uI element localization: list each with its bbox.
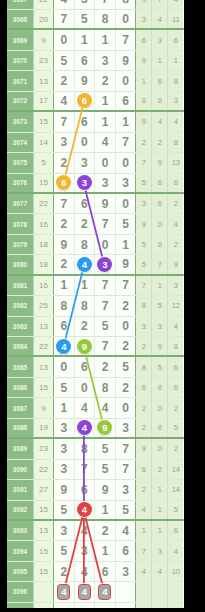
- sum-cell: 13: [33, 357, 53, 376]
- yellow-hit-circle: 6: [56, 175, 71, 190]
- aux-cell-1: 8: [135, 296, 151, 315]
- green-hit-circle: 9: [97, 420, 112, 435]
- aux-cell-1: 7: [135, 276, 151, 295]
- digit-cell-pos1: 2: [53, 255, 74, 273]
- draw-number-cell: 3070: [7, 51, 33, 70]
- aux-cell-3: 2: [167, 439, 183, 458]
- sum-cell: 15: [33, 112, 53, 131]
- digit-cell-pos4: 6: [115, 541, 136, 560]
- chart-row-3076: 3076156333566: [7, 174, 184, 194]
- digit-cell-pos4: 4: [115, 521, 136, 540]
- aux-cell-3: 2: [167, 194, 183, 213]
- digit-cell-pos1: 3: [53, 419, 74, 437]
- digit-cell-pos3: 7: [94, 337, 115, 355]
- digit-cell-pos3: 0: [94, 235, 115, 254]
- sum-cell: 15: [33, 378, 53, 397]
- draw-number-cell: 3080: [7, 255, 33, 273]
- aux-cell-2: 1: [151, 521, 167, 540]
- draw-number-cell: 3095: [7, 562, 33, 581]
- digit-cell-pos1: 0: [53, 357, 74, 376]
- chart-row-3083: 3083136250334: [7, 317, 184, 337]
- draw-number-cell: 3094: [7, 541, 33, 560]
- aux-cell-3: 6: [167, 357, 183, 376]
- aux-cell-3: 8: [167, 71, 183, 90]
- digit-cell-pos2: 6: [74, 112, 95, 131]
- draw-number-cell: 3068: [7, 10, 33, 28]
- yellow-hit-circle: 6: [77, 93, 92, 108]
- sum-cell: 16: [33, 276, 53, 295]
- aux-cell-3: 4: [167, 317, 183, 336]
- draw-number-cell: 3077: [7, 194, 33, 213]
- digit-cell-pos4: 0: [115, 153, 136, 172]
- aux-cell-1: [135, 582, 151, 601]
- digit-cell-pos1: 9: [53, 235, 74, 254]
- aux-cell-1: 3: [135, 0, 151, 9]
- aux-cell-3: 8: [167, 133, 183, 152]
- sum-cell: 20: [33, 10, 53, 28]
- digit-cell-pos1: 3: [53, 521, 74, 540]
- chart-row-3068: 30682075803411: [7, 10, 184, 30]
- digit-cell-pos3: 1: [94, 112, 115, 131]
- digit-cell-pos4: 1: [115, 235, 136, 254]
- digit-cell-pos4: [115, 603, 136, 608]
- digit-cell-pos3: 8: [94, 378, 115, 397]
- sum-cell: [33, 603, 53, 608]
- digit-cell-pos2: 6: [74, 480, 95, 499]
- digit-cell-pos2: 4: [74, 521, 95, 540]
- digit-cell-pos3: 7: [94, 0, 115, 9]
- chart-row-3091: 30912796932114: [7, 480, 184, 500]
- aux-cell-2: 7: [151, 255, 167, 273]
- digit-cell-pos1: 3: [53, 460, 74, 479]
- digit-cell-pos3: 7: [94, 276, 115, 295]
- digit-cell-pos3: 2: [94, 521, 115, 540]
- aux-cell-1: 3: [135, 10, 151, 28]
- aux-cell-1: 6: [135, 460, 151, 479]
- aux-cell-2: 0: [151, 92, 167, 110]
- digit-cell-pos1: 0: [53, 30, 74, 49]
- draw-number-cell: 3075: [7, 153, 33, 172]
- chart-row-3085: 3085130625856: [7, 357, 184, 377]
- draw-number-cell: 3082: [7, 296, 33, 315]
- aux-cell-2: 3: [151, 317, 167, 336]
- aux-cell-1: 4: [135, 562, 151, 581]
- digit-cell-pos3: 1: [94, 541, 115, 560]
- digit-cell-pos2: 3: [74, 541, 95, 560]
- digit-cell-pos2: 8: [74, 235, 95, 254]
- chart-row-3094: 3094155316734: [7, 541, 184, 561]
- aux-cell-3: 3: [167, 92, 183, 110]
- prediction-box: 4: [78, 584, 91, 601]
- digit-cell-pos2: 0: [74, 378, 95, 397]
- aux-cell-3: 4: [167, 541, 183, 560]
- digit-cell-pos4: 9: [115, 51, 136, 70]
- digit-cell-pos4: 2: [115, 378, 136, 397]
- aux-cell-2: 1: [151, 480, 167, 499]
- aux-cell-1: 8: [135, 92, 151, 110]
- draw-number-cell: 3079: [7, 235, 33, 254]
- digit-cell-pos1: 4: [53, 337, 74, 355]
- sum-cell: 19: [33, 419, 53, 437]
- digit-cell-pos4: 8: [115, 0, 136, 9]
- aux-cell-2: [151, 603, 167, 608]
- digit-cell-pos2: 6: [74, 92, 95, 110]
- digit-cell-pos4: 7: [115, 276, 136, 295]
- aux-cell-1: 9: [135, 439, 151, 458]
- digit-cell-pos3: 5: [94, 317, 115, 336]
- draw-number-cell: 3096: [7, 582, 33, 601]
- digit-cell-pos2: 6: [74, 357, 95, 376]
- sum-cell: 9: [33, 30, 53, 49]
- sum-cell: 22: [33, 460, 53, 479]
- aux-cell-3: 9: [167, 255, 183, 273]
- chart-row-3090: 30902237576214: [7, 460, 184, 480]
- aux-cell-2: 0: [151, 214, 167, 233]
- digit-cell-pos2: 4: [74, 255, 95, 273]
- aux-cell-1: 9: [135, 112, 151, 131]
- digit-cell-pos2: 4: [74, 419, 95, 437]
- sum-cell: 16: [33, 214, 53, 233]
- digit-cell-pos3: 4: [94, 582, 115, 601]
- draw-number-cell: 3092: [7, 501, 33, 519]
- digit-cell-pos1: [53, 603, 74, 608]
- digit-cell-pos2: 9: [74, 337, 95, 355]
- draw-number-cell: 3084: [7, 337, 33, 355]
- trend-chart-rows: 3067224378374306820758034113069901176363…: [7, 0, 184, 608]
- digit-cell-pos2: 4: [74, 398, 95, 417]
- aux-cell-3: 10: [167, 562, 183, 581]
- draw-number-cell: 3086: [7, 378, 33, 397]
- chart-row-3080: 3080182439579: [7, 255, 184, 275]
- chart-row-3093: 3093133424116: [7, 521, 184, 541]
- aux-cell-3: 4: [167, 112, 183, 131]
- digit-cell-pos1: 4: [53, 0, 74, 9]
- aux-cell-2: 7: [151, 0, 167, 9]
- digit-cell-pos4: 1: [115, 112, 136, 131]
- chart-row-3082: 30822588728512: [7, 296, 184, 316]
- digit-cell-pos1: 2: [53, 562, 74, 581]
- aux-cell-3: 2: [167, 398, 183, 417]
- digit-cell-pos4: [115, 582, 136, 601]
- sum-cell: 13: [33, 71, 53, 90]
- aux-cell-3: 6: [167, 174, 183, 192]
- aux-cell-2: 4: [151, 562, 167, 581]
- trend-chart: 3067224378374306820758034113069901176363…: [7, 0, 184, 608]
- digit-cell-pos2: 3: [74, 174, 95, 192]
- sum-cell: 23: [33, 51, 53, 70]
- draw-number-cell: 3072: [7, 92, 33, 110]
- digit-cell-pos4: 3: [115, 174, 136, 192]
- aux-cell-1: 2: [135, 398, 151, 417]
- aux-cell-1: 2: [135, 133, 151, 152]
- digit-cell-pos2: 4: [74, 562, 95, 581]
- draw-number-cell: 3071: [7, 71, 33, 90]
- digit-cell-pos2: 2: [74, 317, 95, 336]
- digit-cell-pos1: 2: [53, 71, 74, 90]
- digit-cell-pos3: 1: [94, 501, 115, 519]
- digit-cell-pos4: 7: [115, 133, 136, 152]
- sum-cell: 15: [33, 562, 53, 581]
- aux-cell-2: 6: [151, 174, 167, 192]
- digit-cell-pos2: 4: [74, 501, 95, 519]
- digit-cell-pos3: 3: [94, 51, 115, 70]
- aux-cell-1: 1: [135, 71, 151, 90]
- sum-cell: [33, 582, 53, 601]
- aux-cell-3: [167, 603, 183, 608]
- digit-cell-pos2: 7: [74, 460, 95, 479]
- sum-cell: 15: [33, 541, 53, 560]
- chart-row-3095: 30951524634410: [7, 562, 184, 582]
- aux-cell-3: 5: [167, 419, 183, 437]
- purple-hit-circle: 3: [97, 257, 112, 272]
- digit-cell-pos4: 9: [115, 255, 136, 273]
- aux-cell-2: 5: [151, 296, 167, 315]
- sum-cell: 17: [33, 92, 53, 110]
- sum-cell: 18: [33, 255, 53, 273]
- chart-row-3071: 3071132920168: [7, 71, 184, 91]
- digit-cell-pos4: 2: [115, 296, 136, 315]
- red-hit-circle: 4: [77, 502, 92, 517]
- digit-cell-pos4: 3: [115, 419, 136, 437]
- sum-cell: 22: [33, 0, 53, 9]
- digit-cell-pos1: 5: [53, 378, 74, 397]
- sum-cell: 5: [33, 153, 53, 172]
- draw-number-cell: 3089: [7, 439, 33, 458]
- aux-cell-2: 2: [151, 133, 167, 152]
- digit-cell-pos4: 7: [115, 30, 136, 49]
- aux-cell-3: 13: [167, 153, 183, 172]
- aux-cell-1: 9: [135, 214, 151, 233]
- aux-cell-3: 6: [167, 378, 183, 397]
- digit-cell-pos1: 5: [53, 501, 74, 519]
- digit-cell-pos3: 1: [94, 30, 115, 49]
- green-hit-circle: 9: [77, 339, 92, 354]
- chart-row-3075: 3075523007913: [7, 153, 184, 173]
- aux-cell-2: 4: [151, 112, 167, 131]
- aux-cell-2: 0: [151, 398, 167, 417]
- chart-row-partial: [7, 603, 184, 608]
- draw-number-cell: 3067: [7, 0, 33, 9]
- chart-row-3079: 3079189801502: [7, 235, 184, 255]
- digit-cell-pos4: 5: [115, 357, 136, 376]
- chart-row-3072: 3072174616803: [7, 92, 184, 112]
- digit-cell-pos1: 8: [53, 296, 74, 315]
- draw-number-cell: 3069: [7, 30, 33, 49]
- digit-cell-pos3: 9: [94, 480, 115, 499]
- aux-cell-3: 2: [167, 235, 183, 254]
- chart-row-3078: 3078162275904: [7, 214, 184, 234]
- aux-cell-2: 3: [151, 30, 167, 49]
- digit-cell-pos3: 4: [94, 398, 115, 417]
- aux-cell-2: 1: [151, 276, 167, 295]
- digit-cell-pos1: 7: [53, 194, 74, 213]
- digit-cell-pos4: 3: [115, 480, 136, 499]
- digit-cell-pos2: 8: [74, 439, 95, 458]
- digit-cell-pos1: 3: [53, 133, 74, 152]
- aux-cell-2: 1: [151, 51, 167, 70]
- sum-cell: 13: [33, 521, 53, 540]
- digit-cell-pos1: 2: [53, 153, 74, 172]
- digit-cell-pos1: 4: [53, 92, 74, 110]
- aux-cell-2: 5: [151, 357, 167, 376]
- aux-cell-1: 9: [135, 51, 151, 70]
- digit-cell-pos4: 7: [115, 460, 136, 479]
- digit-cell-pos2: 2: [74, 214, 95, 233]
- sum-cell: 13: [33, 317, 53, 336]
- aux-cell-3: 4: [167, 214, 183, 233]
- sum-cell: 27: [33, 480, 53, 499]
- chart-row-3088: 3088193493285: [7, 419, 184, 439]
- digit-cell-pos4: 5: [115, 214, 136, 233]
- digit-cell-pos4: 0: [115, 71, 136, 90]
- chart-row-3092: 3092155415415: [7, 501, 184, 521]
- purple-hit-circle: 3: [77, 175, 92, 190]
- digit-cell-pos2: 4: [74, 582, 95, 601]
- draw-number-cell: 3085: [7, 357, 33, 376]
- digit-cell-pos3: [94, 603, 115, 608]
- digit-cell-pos1: 1: [53, 276, 74, 295]
- digit-cell-pos3: 9: [94, 419, 115, 437]
- aux-cell-2: 9: [151, 153, 167, 172]
- digit-cell-pos1: 5: [53, 541, 74, 560]
- prediction-box: 4: [57, 584, 70, 601]
- aux-cell-3: 12: [167, 296, 183, 315]
- aux-cell-1: 2: [135, 480, 151, 499]
- digit-cell-pos4: 0: [115, 398, 136, 417]
- aux-cell-3: 14: [167, 480, 183, 499]
- sum-cell: 22: [33, 337, 53, 355]
- aux-cell-1: 7: [135, 541, 151, 560]
- digit-cell-pos3: 7: [94, 296, 115, 315]
- digit-cell-pos3: 3: [94, 255, 115, 273]
- draw-number-cell: 3073: [7, 112, 33, 131]
- aux-cell-2: 8: [151, 419, 167, 437]
- aux-cell-2: 9: [151, 337, 167, 355]
- chart-row-3077: 3077227690362: [7, 194, 184, 214]
- digit-cell-pos1: 6: [53, 174, 74, 192]
- draw-number-cell: 3093: [7, 521, 33, 540]
- aux-cell-2: 2: [151, 460, 167, 479]
- sum-cell: 15: [33, 501, 53, 519]
- aux-cell-1: 5: [135, 255, 151, 273]
- draw-number-cell: 3090: [7, 460, 33, 479]
- aux-cell-3: 6: [167, 521, 183, 540]
- digit-cell-pos1: 3: [53, 439, 74, 458]
- chart-row-3067: 3067224378374: [7, 0, 184, 10]
- draw-number-cell: 3088: [7, 419, 33, 437]
- sum-cell: 23: [33, 439, 53, 458]
- aux-cell-3: 3: [167, 276, 183, 295]
- digit-cell-pos4: 0: [115, 194, 136, 213]
- aux-cell-3: 11: [167, 10, 183, 28]
- digit-cell-pos3: 5: [94, 439, 115, 458]
- sum-cell: 9: [33, 398, 53, 417]
- digit-cell-pos2: 3: [74, 153, 95, 172]
- aux-cell-1: 1: [135, 521, 151, 540]
- digit-cell-pos4: 0: [115, 10, 136, 28]
- digit-cell-pos4: 2: [115, 337, 136, 355]
- aux-cell-1: 3: [135, 194, 151, 213]
- sum-cell: 15: [33, 174, 53, 192]
- prediction-box: 4: [98, 584, 111, 601]
- digit-cell-pos2: 0: [74, 133, 95, 152]
- aux-cell-3: 6: [167, 30, 183, 49]
- digit-cell-pos4: 7: [115, 439, 136, 458]
- digit-cell-pos4: 0: [115, 317, 136, 336]
- aux-cell-1: 2: [135, 419, 151, 437]
- blue-hit-circle: 4: [56, 339, 71, 354]
- digit-cell-pos3: 8: [94, 10, 115, 28]
- digit-cell-pos1: 7: [53, 10, 74, 28]
- digit-cell-pos2: 3: [74, 0, 95, 9]
- aux-cell-2: 4: [151, 10, 167, 28]
- chart-row-3086: 3086155082686: [7, 378, 184, 398]
- digit-cell-pos3: 6: [94, 562, 115, 581]
- aux-cell-1: 6: [135, 30, 151, 49]
- digit-cell-pos4: 5: [115, 501, 136, 519]
- aux-cell-3: 8: [167, 337, 183, 355]
- digit-cell-pos1: 1: [53, 398, 74, 417]
- digit-cell-pos4: 3: [115, 562, 136, 581]
- aux-cell-2: 0: [151, 439, 167, 458]
- digit-cell-pos2: 5: [74, 10, 95, 28]
- aux-cell-3: 1: [167, 51, 183, 70]
- aux-cell-2: [151, 582, 167, 601]
- digit-cell-pos1: 4: [53, 582, 74, 601]
- aux-cell-3: [167, 582, 183, 601]
- digit-cell-pos3: 9: [94, 194, 115, 213]
- aux-cell-2: 8: [151, 378, 167, 397]
- chart-row-3070: 3070235639911: [7, 51, 184, 71]
- digit-cell-pos1: 6: [53, 317, 74, 336]
- draw-number-cell: 3091: [7, 480, 33, 499]
- chart-row-3073: 3073157611944: [7, 112, 184, 132]
- sum-cell: 14: [33, 133, 53, 152]
- aux-cell-1: 5: [135, 235, 151, 254]
- aux-cell-2: 3: [151, 541, 167, 560]
- aux-cell-2: 1: [151, 501, 167, 519]
- digit-cell-pos2: 9: [74, 71, 95, 90]
- digit-cell-pos3: 7: [94, 214, 115, 233]
- digit-cell-pos3: 2: [94, 357, 115, 376]
- draw-number-cell: 3074: [7, 133, 33, 152]
- digit-cell-pos1: 5: [53, 51, 74, 70]
- digit-cell-pos2: 6: [74, 194, 95, 213]
- aux-cell-1: 5: [135, 174, 151, 192]
- digit-cell-pos3: 1: [94, 92, 115, 110]
- digit-cell-pos2: 1: [74, 30, 95, 49]
- chart-row-3069: 306990117636: [7, 30, 184, 50]
- draw-number-cell: 3083: [7, 317, 33, 336]
- digit-cell-pos1: 9: [53, 480, 74, 499]
- chart-row-3089: 3089233857902: [7, 439, 184, 459]
- draw-number-cell: 3087: [7, 398, 33, 417]
- aux-cell-1: 4: [135, 501, 151, 519]
- digit-cell-pos3: 3: [94, 174, 115, 192]
- draw-number-cell: 3076: [7, 174, 33, 192]
- draw-number-cell: [7, 603, 33, 608]
- chart-row-3081: 3081161177713: [7, 276, 184, 296]
- screen-background: { "game": "4-digit lottery number trend …: [0, 0, 205, 612]
- aux-cell-1: 8: [135, 357, 151, 376]
- chart-row-3096: 3096444: [7, 582, 184, 602]
- digit-cell-pos2: 8: [74, 296, 95, 315]
- blue-hit-circle: 4: [77, 257, 92, 272]
- digit-cell-pos2: [74, 603, 95, 608]
- draw-number-cell: 3081: [7, 276, 33, 295]
- aux-cell-1: [135, 603, 151, 608]
- digit-cell-pos2: 6: [74, 51, 95, 70]
